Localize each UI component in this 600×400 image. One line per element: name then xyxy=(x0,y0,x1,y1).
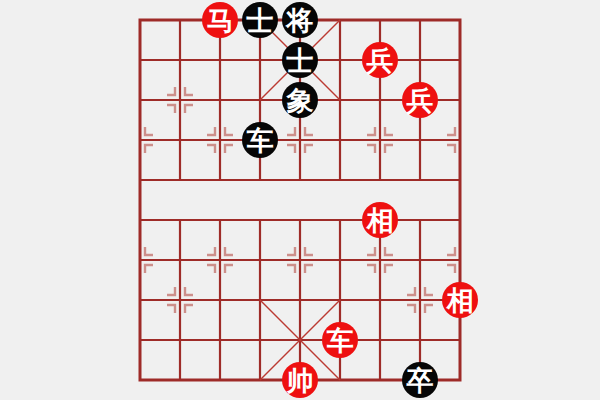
black-elephant[interactable]: 象 xyxy=(282,82,318,118)
red-chariot[interactable]: 车 xyxy=(322,322,358,358)
red-horse[interactable]: 马 xyxy=(202,2,238,38)
xiangqi-app: 马士将士兵象兵车相相车帅卒 xyxy=(0,0,600,400)
black-general[interactable]: 将 xyxy=(282,2,318,38)
red-pawn[interactable]: 兵 xyxy=(402,82,438,118)
red-general[interactable]: 帅 xyxy=(282,362,318,398)
black-pawn[interactable]: 卒 xyxy=(402,362,438,398)
black-advisor[interactable]: 士 xyxy=(282,42,318,78)
black-chariot[interactable]: 车 xyxy=(242,122,278,158)
red-elephant[interactable]: 相 xyxy=(362,202,398,238)
red-elephant[interactable]: 相 xyxy=(442,282,478,318)
xiangqi-board[interactable]: 马士将士兵象兵车相相车帅卒 xyxy=(120,0,480,400)
black-advisor[interactable]: 士 xyxy=(242,2,278,38)
red-pawn[interactable]: 兵 xyxy=(362,42,398,78)
